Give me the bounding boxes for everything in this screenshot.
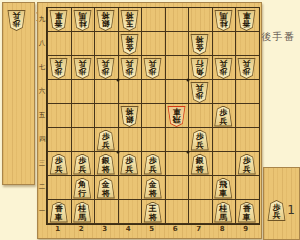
shogi-piece-48[interactable]: 金将 [120, 34, 139, 55]
shogi-piece-32[interactable]: 金将 [96, 178, 115, 199]
shogi-piece-19[interactable]: 香車 [49, 10, 68, 31]
piece-kanji: 歩兵 [97, 59, 114, 78]
sente-komadai[interactable]: 歩兵 [2, 2, 35, 185]
piece-kanji: 銀将 [121, 107, 138, 126]
file-label-8: 8 [211, 225, 235, 233]
piece-kanji: 歩兵 [215, 59, 232, 78]
shogi-piece-78[interactable]: 金将 [190, 34, 209, 55]
board-panel: 香車桂馬銀将玉将桂馬香車金将金将歩兵歩兵歩兵歩兵歩兵角行歩兵歩兵歩兵銀将飛車歩兵… [37, 2, 262, 239]
shogi-piece-33[interactable]: 銀将 [96, 154, 115, 175]
shogi-piece-23[interactable]: 歩兵 [73, 154, 92, 175]
piece-kanji: 香車 [238, 11, 255, 30]
rank-label-2: 二 [38, 183, 46, 192]
shogi-piece-73[interactable]: 銀将 [190, 154, 209, 175]
piece-kanji: 桂馬 [74, 11, 91, 30]
piece-kanji: 銀将 [191, 155, 208, 174]
rank-label-8: 八 [38, 39, 46, 48]
shogi-piece-85[interactable]: 歩兵 [214, 106, 233, 127]
piece-kanji: 銀将 [97, 155, 114, 174]
file-label-1: 1 [46, 225, 70, 233]
shogi-piece-39[interactable]: 銀将 [96, 10, 115, 31]
file-label-6: 6 [164, 225, 188, 233]
file-label-3: 3 [93, 225, 117, 233]
rank-label-3: 三 [38, 159, 46, 168]
shogi-piece-52[interactable]: 金将 [143, 178, 162, 199]
piece-kanji: 歩兵 [191, 83, 208, 102]
piece-kanji: 香車 [50, 11, 67, 30]
file-label-7: 7 [187, 225, 211, 233]
shogi-piece-37[interactable]: 歩兵 [96, 58, 115, 79]
piece-kanji: 歩兵 [215, 107, 232, 126]
shogi-piece-51[interactable]: 王将 [143, 202, 162, 223]
shogi-piece-45[interactable]: 銀将 [120, 106, 139, 127]
shogi-piece-87[interactable]: 歩兵 [214, 58, 233, 79]
gote-hand-count: 1 [286, 203, 296, 217]
shogi-piece-57[interactable]: 歩兵 [143, 58, 162, 79]
shogi-piece-13[interactable]: 歩兵 [49, 154, 68, 175]
shogi-piece-47[interactable]: 歩兵 [120, 58, 139, 79]
shogi-piece-91[interactable]: 香車 [237, 202, 256, 223]
shogi-piece-81[interactable]: 桂馬 [214, 202, 233, 223]
shogi-piece-49[interactable]: 玉将 [120, 10, 139, 31]
shogi-piece-97[interactable]: 歩兵 [237, 58, 256, 79]
rank-label-6: 六 [38, 87, 46, 96]
shogi-piece-53[interactable]: 歩兵 [143, 154, 162, 175]
piece-kanji: 桂馬 [215, 203, 232, 222]
shogi-piece-93[interactable]: 歩兵 [237, 154, 256, 175]
piece-kanji: 王将 [144, 203, 161, 222]
file-label-5: 5 [140, 225, 164, 233]
shogi-piece-89[interactable]: 桂馬 [214, 10, 233, 31]
turn-indicator: 後手番 [261, 30, 300, 44]
piece-kanji: 桂馬 [74, 203, 91, 222]
piece-kanji: 歩兵 [144, 59, 161, 78]
piece-kanji: 歩兵 [50, 59, 67, 78]
shogi-piece-82[interactable]: 飛車 [214, 178, 233, 199]
piece-kanji: 玉将 [121, 11, 138, 30]
shogi-piece-77[interactable]: 角行 [190, 58, 209, 79]
rank-label-9: 九 [38, 15, 46, 24]
piece-kanji: 銀将 [97, 11, 114, 30]
shogi-piece-43[interactable]: 歩兵 [120, 154, 139, 175]
piece-kanji: 歩兵 [74, 155, 91, 174]
piece-kanji: 歩兵 [238, 155, 255, 174]
piece-kanji: 歩兵 [144, 155, 161, 174]
rank-label-7: 七 [38, 63, 46, 72]
file-label-9: 9 [234, 225, 258, 233]
piece-kanji: 香車 [238, 203, 255, 222]
star-point [116, 79, 119, 82]
rank-label-1: 一 [38, 207, 46, 216]
shogi-piece-22[interactable]: 角行 [73, 178, 92, 199]
piece-kanji: 歩兵 [238, 59, 255, 78]
piece-kanji: 角行 [191, 59, 208, 78]
piece-kanji: 飛車 [168, 107, 185, 126]
shogi-piece-29[interactable]: 桂馬 [73, 10, 92, 31]
shogi-piece-74[interactable]: 歩兵 [190, 130, 209, 151]
shogi-piece-21[interactable]: 桂馬 [73, 202, 92, 223]
shogi-piece-11[interactable]: 香車 [49, 202, 68, 223]
shogi-piece-65[interactable]: 飛車 [167, 106, 186, 127]
piece-kanji: 歩兵 [50, 155, 67, 174]
shogi-piece-99[interactable]: 香車 [237, 10, 256, 31]
piece-kanji: 歩兵 [121, 155, 138, 174]
piece-kanji: 桂馬 [215, 11, 232, 30]
shogi-piece-76[interactable]: 歩兵 [190, 82, 209, 103]
piece-kanji: 歩兵 [191, 131, 208, 150]
piece-kanji: 歩兵 [8, 11, 25, 30]
star-point [187, 151, 190, 154]
shogi-piece-17[interactable]: 歩兵 [49, 58, 68, 79]
rank-label-4: 四 [38, 135, 46, 144]
piece-kanji: 香車 [50, 203, 67, 222]
star-point [187, 79, 190, 82]
piece-kanji: 角行 [74, 179, 91, 198]
piece-kanji: 金将 [121, 35, 138, 54]
piece-kanji: 金将 [191, 35, 208, 54]
file-label-2: 2 [70, 225, 94, 233]
piece-kanji: 歩兵 [268, 201, 285, 220]
piece-kanji: 歩兵 [121, 59, 138, 78]
piece-kanji: 金将 [144, 179, 161, 198]
piece-kanji: 歩兵 [97, 131, 114, 150]
shogi-piece-34[interactable]: 歩兵 [96, 130, 115, 151]
piece-kanji: 飛車 [215, 179, 232, 198]
piece-kanji: 金将 [97, 179, 114, 198]
shogi-piece-27[interactable]: 歩兵 [73, 58, 92, 79]
board-grid[interactable]: 香車桂馬銀将玉将桂馬香車金将金将歩兵歩兵歩兵歩兵歩兵角行歩兵歩兵歩兵銀将飛車歩兵… [46, 7, 260, 225]
shogi-piece-hand[interactable]: 歩兵 [267, 200, 286, 221]
rank-label-5: 五 [38, 111, 46, 120]
file-label-4: 4 [117, 225, 141, 233]
star-point [116, 151, 119, 154]
piece-kanji: 歩兵 [74, 59, 91, 78]
shogi-piece-hand[interactable]: 歩兵 [7, 10, 26, 31]
